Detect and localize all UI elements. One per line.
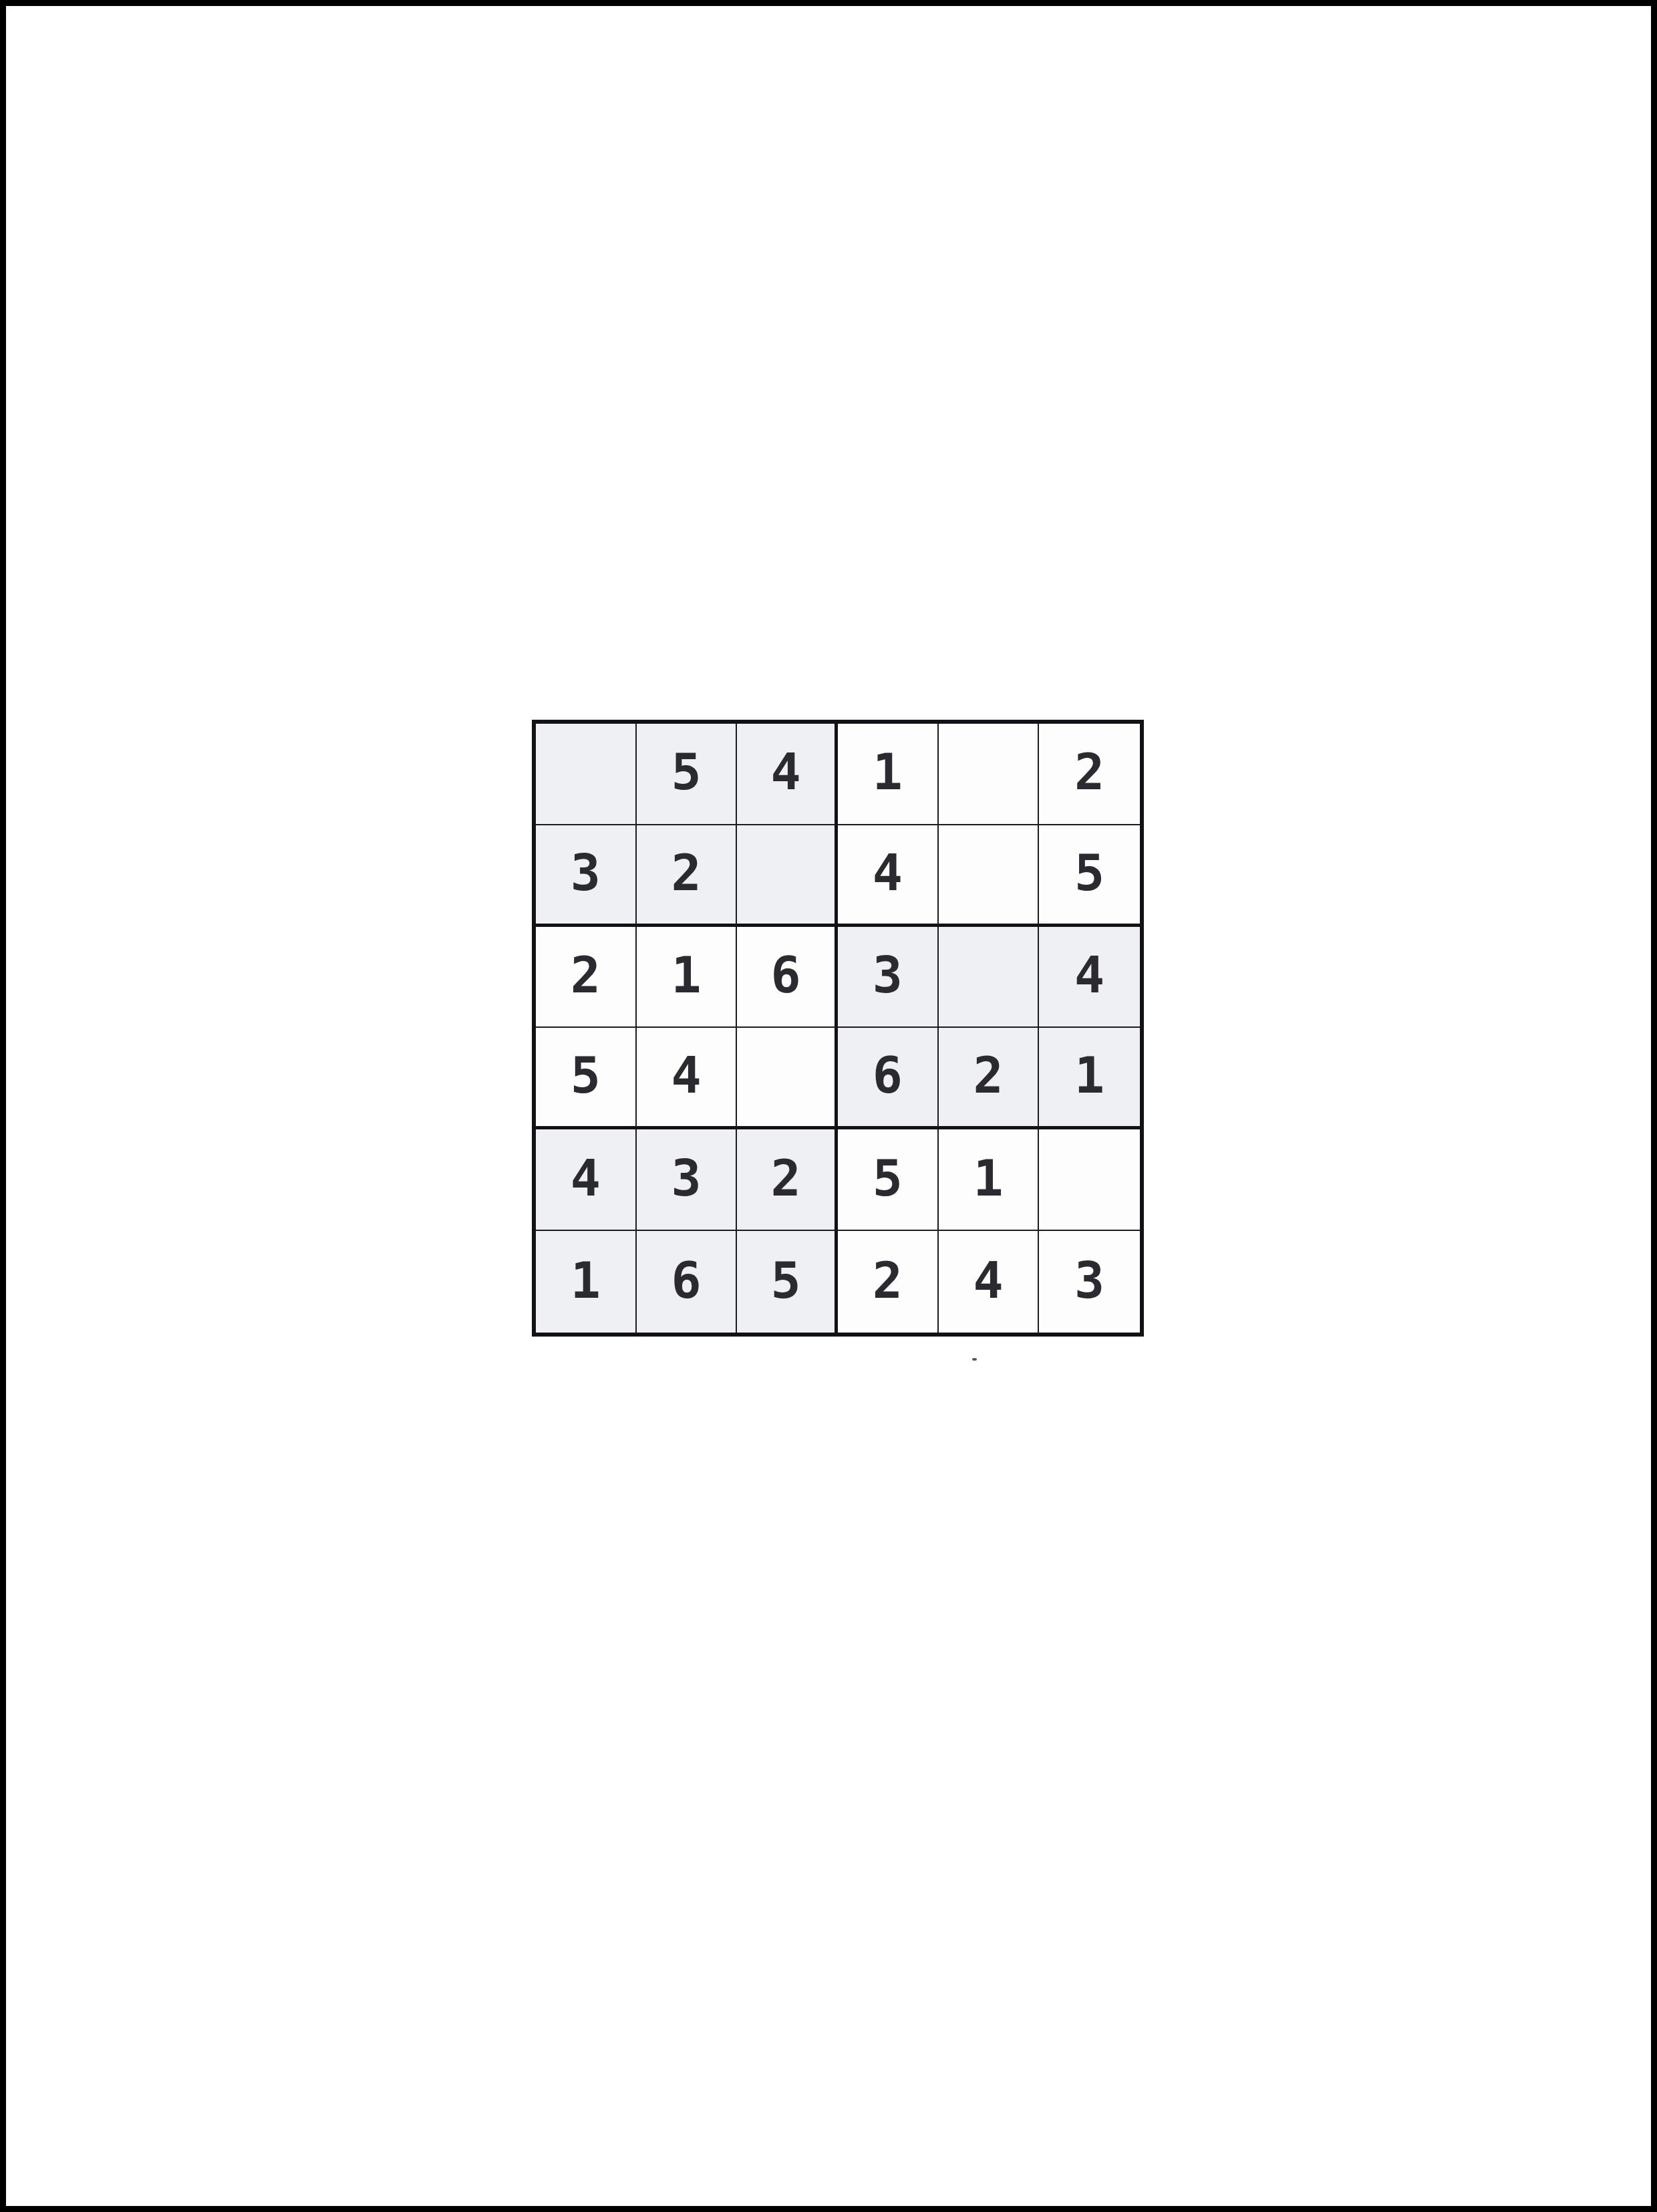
cell-r2c5 [939, 825, 1040, 927]
cell-r6c1: 1 [536, 1231, 637, 1333]
cell-r1c2: 5 [637, 724, 738, 825]
given-digit: 3 [873, 950, 903, 1000]
given-digit: 4 [571, 1153, 601, 1204]
cell-r6c2: 6 [637, 1231, 738, 1333]
cell-r3c3: 6 [737, 927, 838, 1028]
cell-r5c1: 4 [536, 1129, 637, 1231]
given-digit: 1 [671, 950, 701, 1000]
cell-r4c6: 1 [1039, 1028, 1140, 1129]
given-digit: 5 [873, 1153, 903, 1204]
cell-r1c3: 4 [737, 724, 838, 825]
cell-r4c1: 5 [536, 1028, 637, 1129]
cell-r6c5: 4 [939, 1231, 1040, 1333]
given-digit: 4 [1074, 950, 1104, 1000]
cell-r3c6: 4 [1039, 927, 1140, 1028]
cell-r1c1 [536, 724, 637, 825]
given-digit: 2 [873, 1256, 903, 1306]
given-digit: 5 [771, 1256, 801, 1306]
cell-r2c2: 2 [637, 825, 738, 927]
given-digit: 6 [671, 1256, 701, 1306]
given-digit: 4 [973, 1256, 1003, 1306]
cell-r6c4: 2 [838, 1231, 939, 1333]
cell-r2c6: 5 [1039, 825, 1140, 927]
cell-r6c3: 5 [737, 1231, 838, 1333]
given-digit: 2 [771, 1153, 801, 1204]
given-digit: 2 [671, 848, 701, 898]
given-digit: 5 [671, 747, 701, 797]
given-digit: 4 [771, 747, 801, 797]
given-digit: 2 [973, 1051, 1003, 1101]
cell-r4c5: 2 [939, 1028, 1040, 1129]
cell-r4c2: 4 [637, 1028, 738, 1129]
cell-r1c5 [939, 724, 1040, 825]
given-digit: 2 [1074, 747, 1104, 797]
cell-r5c4: 5 [838, 1129, 939, 1231]
scan-dot-artifact [972, 1358, 977, 1361]
cell-r5c5: 1 [939, 1129, 1040, 1231]
cell-r2c1: 3 [536, 825, 637, 927]
given-digit: 5 [571, 1051, 601, 1101]
cell-r5c6 [1039, 1129, 1140, 1231]
given-digit: 3 [671, 1153, 701, 1204]
given-digit: 5 [1074, 848, 1104, 898]
cell-r3c1: 2 [536, 927, 637, 1028]
given-digit: 2 [571, 950, 601, 1000]
cell-r5c3: 2 [737, 1129, 838, 1231]
given-digit: 1 [973, 1153, 1003, 1204]
given-digit: 3 [1074, 1256, 1104, 1306]
cell-r3c2: 1 [637, 927, 738, 1028]
cell-r3c5 [939, 927, 1040, 1028]
given-digit: 3 [571, 848, 601, 898]
scanned-page: 54123245216345462143251165243 [0, 0, 1657, 2212]
cell-r1c4: 1 [838, 724, 939, 825]
given-digit: 6 [873, 1051, 903, 1101]
cell-r2c4: 4 [838, 825, 939, 927]
cell-r4c4: 6 [838, 1028, 939, 1129]
given-digit: 6 [771, 950, 801, 1000]
cell-r4c3 [737, 1028, 838, 1129]
given-digit: 4 [873, 848, 903, 898]
given-digit: 1 [571, 1256, 601, 1306]
cell-r5c2: 3 [637, 1129, 738, 1231]
given-digit: 4 [671, 1051, 701, 1101]
cell-r6c6: 3 [1039, 1231, 1140, 1333]
given-digit: 1 [1074, 1051, 1104, 1101]
given-digit: 1 [873, 747, 903, 797]
cell-r2c3 [737, 825, 838, 927]
cell-r1c6: 2 [1039, 724, 1140, 825]
cell-r3c4: 3 [838, 927, 939, 1028]
sudoku-board: 54123245216345462143251165243 [532, 720, 1144, 1337]
